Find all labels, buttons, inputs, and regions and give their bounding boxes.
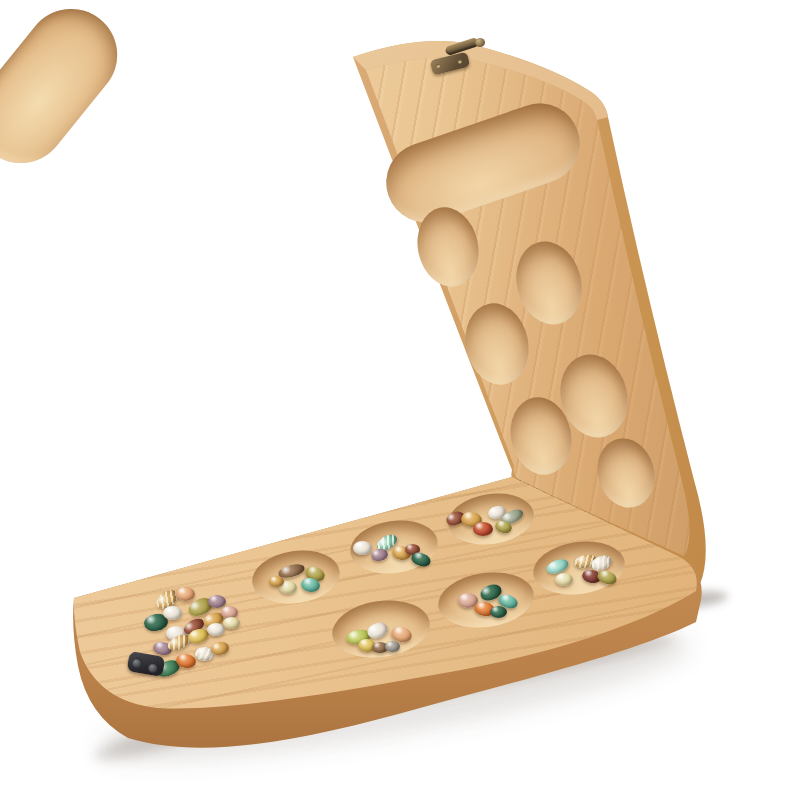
side-catch bbox=[126, 650, 170, 692]
latch-screw-icon bbox=[457, 59, 462, 64]
latch-knob-icon bbox=[475, 38, 485, 47]
catch-pin-icon bbox=[132, 658, 142, 668]
open-store-pit[interactable] bbox=[0, 0, 136, 182]
latch-screw-icon bbox=[436, 63, 441, 68]
lid-latch bbox=[429, 40, 489, 80]
catch-pin-icon bbox=[148, 663, 158, 673]
latch-base-plate bbox=[430, 52, 471, 76]
product-photo-scene bbox=[0, 0, 800, 800]
